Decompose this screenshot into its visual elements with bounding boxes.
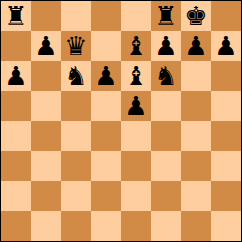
square-g7[interactable]: ♟ — [181, 31, 211, 61]
square-d5[interactable] — [91, 91, 121, 121]
black-king[interactable]: ♚ — [184, 1, 207, 31]
square-a2[interactable] — [1, 181, 31, 211]
square-b1[interactable] — [31, 211, 61, 241]
square-d8[interactable] — [91, 1, 121, 31]
square-f3[interactable] — [151, 151, 181, 181]
square-d4[interactable] — [91, 121, 121, 151]
square-f8[interactable]: ♜ — [151, 1, 181, 31]
black-knight[interactable]: ♞ — [154, 61, 177, 91]
square-c1[interactable] — [61, 211, 91, 241]
square-c8[interactable] — [61, 1, 91, 31]
square-d6[interactable]: ♟ — [91, 61, 121, 91]
square-d2[interactable] — [91, 181, 121, 211]
black-rook[interactable]: ♜ — [154, 1, 177, 31]
black-bishop[interactable]: ♝ — [124, 61, 147, 91]
square-b6[interactable] — [31, 61, 61, 91]
square-e2[interactable] — [121, 181, 151, 211]
black-knight[interactable]: ♞ — [64, 61, 87, 91]
square-c4[interactable] — [61, 121, 91, 151]
square-h5[interactable] — [211, 91, 241, 121]
square-g6[interactable] — [181, 61, 211, 91]
square-e1[interactable] — [121, 211, 151, 241]
square-g5[interactable] — [181, 91, 211, 121]
square-a5[interactable] — [1, 91, 31, 121]
square-c5[interactable] — [61, 91, 91, 121]
square-a1[interactable] — [1, 211, 31, 241]
square-a3[interactable] — [1, 151, 31, 181]
square-b7[interactable]: ♟ — [31, 31, 61, 61]
square-f4[interactable] — [151, 121, 181, 151]
square-a7[interactable] — [1, 31, 31, 61]
black-queen[interactable]: ♛ — [64, 31, 87, 61]
black-pawn[interactable]: ♟ — [124, 91, 147, 121]
square-f7[interactable]: ♟ — [151, 31, 181, 61]
black-pawn[interactable]: ♟ — [154, 31, 177, 61]
square-f6[interactable]: ♞ — [151, 61, 181, 91]
square-f1[interactable] — [151, 211, 181, 241]
square-d7[interactable] — [91, 31, 121, 61]
square-e4[interactable] — [121, 121, 151, 151]
square-b4[interactable] — [31, 121, 61, 151]
square-c7[interactable]: ♛ — [61, 31, 91, 61]
black-pawn[interactable]: ♟ — [184, 31, 207, 61]
square-g1[interactable] — [181, 211, 211, 241]
square-f5[interactable] — [151, 91, 181, 121]
chess-board: ♜♜♚♟♛♝♟♟♟♟♞♟♝♞♟ — [0, 0, 242, 242]
black-pawn[interactable]: ♟ — [34, 31, 57, 61]
square-a6[interactable]: ♟ — [1, 61, 31, 91]
square-b5[interactable] — [31, 91, 61, 121]
black-rook[interactable]: ♜ — [4, 1, 27, 31]
square-h2[interactable] — [211, 181, 241, 211]
square-g8[interactable]: ♚ — [181, 1, 211, 31]
square-h3[interactable] — [211, 151, 241, 181]
square-d1[interactable] — [91, 211, 121, 241]
square-h8[interactable] — [211, 1, 241, 31]
square-h1[interactable] — [211, 211, 241, 241]
square-d3[interactable] — [91, 151, 121, 181]
square-a4[interactable] — [1, 121, 31, 151]
square-h6[interactable] — [211, 61, 241, 91]
square-g4[interactable] — [181, 121, 211, 151]
black-pawn[interactable]: ♟ — [4, 61, 27, 91]
square-e3[interactable] — [121, 151, 151, 181]
square-a8[interactable]: ♜ — [1, 1, 31, 31]
square-e6[interactable]: ♝ — [121, 61, 151, 91]
square-b3[interactable] — [31, 151, 61, 181]
square-e5[interactable]: ♟ — [121, 91, 151, 121]
square-g2[interactable] — [181, 181, 211, 211]
black-bishop[interactable]: ♝ — [124, 31, 147, 61]
square-c2[interactable] — [61, 181, 91, 211]
square-e8[interactable] — [121, 1, 151, 31]
square-h4[interactable] — [211, 121, 241, 151]
square-c3[interactable] — [61, 151, 91, 181]
square-e7[interactable]: ♝ — [121, 31, 151, 61]
square-b2[interactable] — [31, 181, 61, 211]
square-h7[interactable]: ♟ — [211, 31, 241, 61]
square-g3[interactable] — [181, 151, 211, 181]
black-pawn[interactable]: ♟ — [214, 31, 237, 61]
square-f2[interactable] — [151, 181, 181, 211]
square-c6[interactable]: ♞ — [61, 61, 91, 91]
black-pawn[interactable]: ♟ — [94, 61, 117, 91]
square-b8[interactable] — [31, 1, 61, 31]
